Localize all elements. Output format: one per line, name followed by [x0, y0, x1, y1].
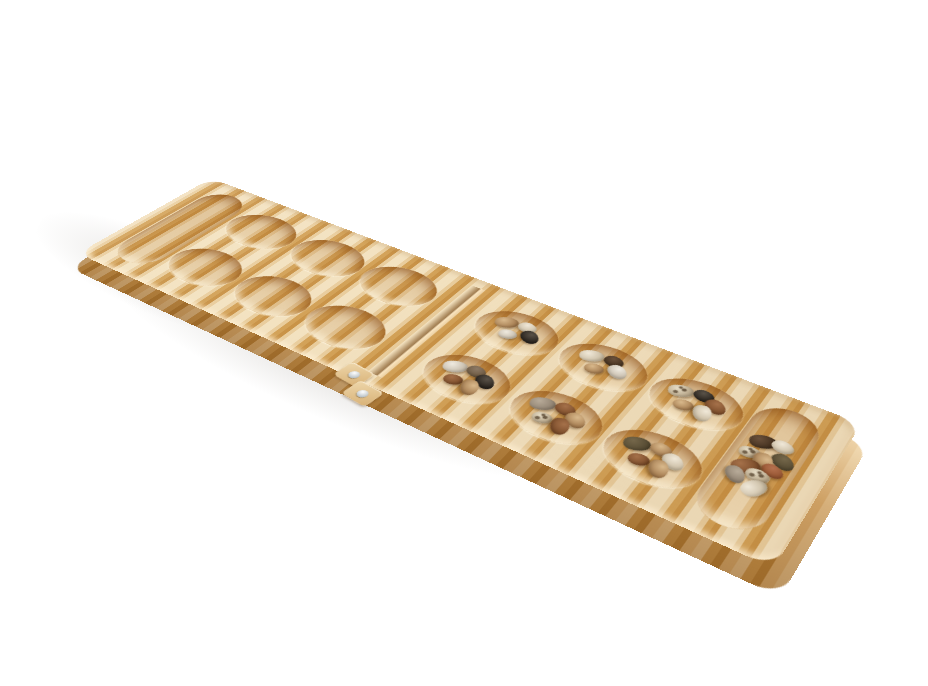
pebble-cream [578, 348, 605, 363]
pit-n5[interactable] [545, 334, 659, 401]
pit-s6[interactable] [589, 419, 715, 501]
board-top-face [78, 178, 862, 568]
photo-stage [0, 0, 928, 686]
pebble-black [518, 329, 541, 344]
pit-s5[interactable] [495, 380, 616, 455]
pebble-white [441, 359, 470, 374]
pebble-white [604, 363, 630, 380]
pebble-tan [493, 316, 520, 330]
pebble-tan [582, 361, 606, 375]
hinge-pin-icon [354, 388, 371, 399]
hinge-pin-icon [346, 369, 362, 379]
pit-n6[interactable] [636, 369, 755, 442]
pebble-white [496, 328, 520, 341]
mancala-board [30, 225, 830, 435]
pebble-olive [622, 435, 652, 453]
pebble-grey [528, 395, 557, 411]
pebble-speckle [667, 383, 695, 399]
